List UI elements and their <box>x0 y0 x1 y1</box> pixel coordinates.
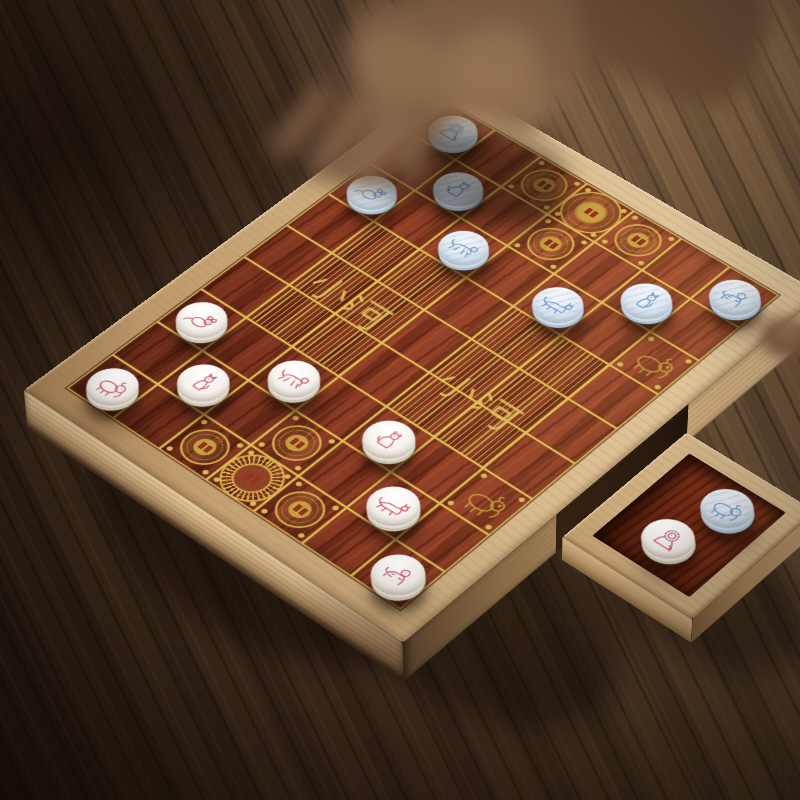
piece-red-tiger[interactable] <box>359 546 436 603</box>
piece-blue-leopard[interactable] <box>428 223 499 272</box>
piece-red-leopard[interactable] <box>257 353 331 405</box>
piece-red-cat[interactable] <box>166 357 240 409</box>
piece-red-wolf[interactable] <box>355 478 431 533</box>
drawer-piece-blue-elephant[interactable] <box>689 481 764 536</box>
piece-red-rat[interactable] <box>165 294 238 344</box>
jungle-chess-board <box>27 115 800 681</box>
piece-blue-wolf[interactable] <box>521 280 593 330</box>
photo-stage <box>0 0 800 800</box>
piece-red-dog[interactable] <box>351 413 426 466</box>
piece-blue-rat[interactable] <box>336 169 406 216</box>
piece-blue-cat[interactable] <box>610 276 682 326</box>
drawer-piece-red-lion[interactable] <box>630 511 706 566</box>
piece-red-elephant[interactable] <box>76 360 150 412</box>
board-3d-scene <box>0 0 800 800</box>
piece-blue-tiger[interactable] <box>699 272 771 322</box>
piece-blue-lion[interactable] <box>418 109 487 155</box>
piece-blue-dog[interactable] <box>423 165 493 212</box>
